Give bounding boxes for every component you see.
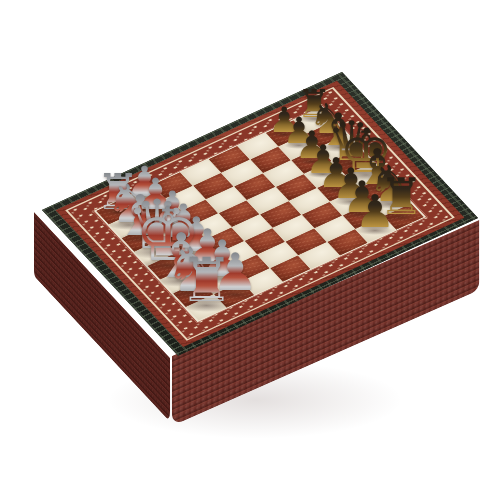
chess-set-photo: ♜♞♝♛♚♝♞♜♟♟♟♟♟♟♟♟♟♟♟♟♟♟♟♟♜♞♝♛♚♝♞♜ (0, 0, 500, 500)
